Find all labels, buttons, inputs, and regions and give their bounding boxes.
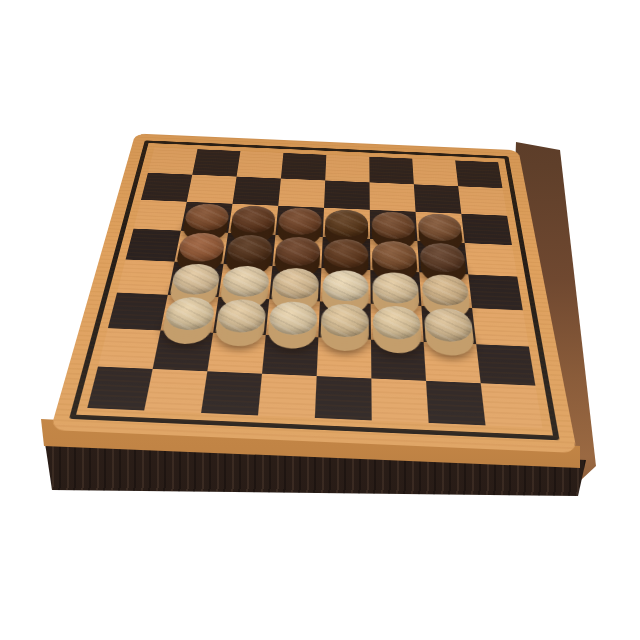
checker-piece-light	[373, 305, 422, 340]
checker-piece-dark	[177, 232, 226, 262]
piece-cell	[213, 297, 269, 335]
checker-piece-dark	[372, 211, 416, 240]
checker-piece-dark	[323, 238, 368, 269]
checker-piece-dark	[419, 242, 466, 273]
checker-piece-light	[321, 303, 369, 338]
piece-cell	[370, 210, 418, 241]
checker-piece-dark	[183, 203, 230, 231]
piece-cell	[218, 264, 272, 299]
piece-cell	[160, 295, 218, 333]
checker-piece-dark	[275, 236, 321, 267]
piece-cell	[175, 231, 229, 264]
checker-piece-dark	[226, 234, 274, 264]
checker-piece-light	[170, 263, 221, 296]
checker-piece-dark	[230, 205, 276, 234]
piece-cell	[181, 202, 233, 233]
pieces-layer	[87, 147, 542, 428]
checker-piece-dark	[417, 213, 462, 242]
piece-cell	[272, 235, 322, 268]
checker-piece-light	[163, 296, 216, 331]
checker-piece-dark	[372, 240, 417, 271]
checker-piece-light	[322, 269, 369, 302]
checker-piece-light	[372, 272, 419, 305]
piece-cell	[323, 208, 370, 239]
piece-cell	[370, 270, 421, 306]
checker-piece-light	[215, 299, 267, 334]
piece-cell	[269, 266, 321, 302]
piece-cell	[321, 237, 370, 270]
piece-cell	[228, 204, 278, 235]
checker-piece-dark	[325, 209, 368, 238]
checker-piece-light	[421, 274, 469, 307]
checker-piece-light	[221, 265, 271, 298]
board-perspective-wrapper	[0, 0, 640, 640]
checker-piece-light	[271, 267, 319, 300]
piece-cell	[421, 306, 476, 344]
checker-piece-light	[268, 301, 318, 336]
piece-cell	[417, 241, 468, 274]
piece-cell	[266, 299, 320, 337]
piece-cell	[371, 304, 424, 342]
piece-cell	[370, 239, 419, 272]
checker-piece-light	[424, 307, 474, 342]
piece-cell	[318, 301, 371, 339]
piece-cell	[275, 206, 324, 237]
piece-cell	[419, 272, 472, 308]
piece-cell	[416, 212, 465, 243]
piece-cell	[223, 233, 275, 266]
checker-piece-dark	[277, 207, 322, 236]
checkers-board	[50, 134, 577, 454]
piece-cell	[320, 268, 371, 304]
piece-cell	[168, 262, 224, 297]
product-photo	[0, 0, 640, 640]
board-scene	[90, 37, 553, 500]
